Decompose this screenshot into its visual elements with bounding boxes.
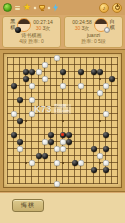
stone-white (54, 146, 60, 152)
stone-black (23, 69, 29, 75)
star-point (62, 162, 64, 164)
stone-black (48, 139, 54, 145)
music-note-icon: ♪ (103, 5, 106, 11)
trophy-icon (39, 5, 45, 10)
go-app-screen: ★ ♪ 黑 棋 00:27:14 303次 诗书棋画 (0, 0, 125, 223)
black-byoyomi: 303次 (36, 25, 50, 31)
stone-white (60, 83, 66, 89)
black-player-avatar[interactable] (17, 18, 31, 32)
sparkle-icon (48, 6, 51, 9)
stone-black (11, 132, 17, 138)
grid-line (86, 57, 87, 184)
stone-white (42, 62, 48, 68)
lightning-icon (53, 4, 58, 12)
stone-black (91, 146, 97, 152)
grid-line (68, 57, 69, 184)
stone-white (97, 90, 103, 96)
star-point (25, 162, 27, 164)
stone-black (17, 97, 23, 103)
stone-black (66, 139, 72, 145)
stone-black (91, 69, 97, 75)
grid-line (93, 57, 94, 184)
stone-black (11, 83, 17, 89)
grid-line (117, 57, 118, 184)
star-point (62, 120, 64, 122)
white-player-clock: 00:24:58 303次 (72, 19, 91, 32)
star-icon: ★ (23, 3, 31, 12)
stone-white (60, 139, 66, 145)
sparkle-icon (34, 6, 37, 9)
black-stone-badge (15, 27, 21, 33)
black-player-panel: 黑 棋 00:27:14 303次 诗书棋画 4段 胜率: 0 (2, 16, 61, 48)
grid-line (7, 169, 118, 170)
white-player-avatar[interactable] (94, 18, 108, 32)
white-player-panel: 00:24:58 303次 白 棋 juanzi 胜率: 0 5段 (64, 16, 123, 48)
white-byoyomi: 303次 (75, 25, 89, 31)
sound-button[interactable]: ♪ (99, 3, 109, 13)
stone-white (54, 55, 60, 61)
stone-white (60, 146, 66, 152)
stone-black (48, 132, 54, 138)
last-move-marker (61, 133, 64, 136)
stone-white (36, 69, 42, 75)
stone-white (11, 111, 17, 117)
stone-white (42, 76, 48, 82)
stone-white (17, 146, 23, 152)
stone-white (29, 83, 35, 89)
stone-black (78, 69, 84, 75)
white-player-info: 胜率: 0 5段 (81, 38, 106, 44)
stone-black (60, 69, 66, 75)
stone-white (42, 139, 48, 145)
star-point (99, 78, 101, 80)
white-side-label: 白 棋 (110, 19, 115, 31)
stone-black (23, 76, 29, 82)
stone-black (103, 167, 109, 173)
star-point (62, 78, 64, 80)
stone-white (103, 160, 109, 166)
stone-black (103, 132, 109, 138)
board-frame: K73 手游网 k73.com (0, 49, 125, 192)
grid-line (7, 127, 118, 128)
stone-black (72, 160, 78, 166)
stone-black (29, 69, 35, 75)
stone-white (103, 111, 109, 117)
stone-white (29, 111, 35, 117)
stone-black (17, 118, 23, 124)
status-orb-icon[interactable] (3, 3, 12, 12)
stone-black (97, 69, 103, 75)
go-board[interactable]: K73 手游网 k73.com (3, 53, 122, 188)
stone-white (78, 160, 84, 166)
black-player-clock: 00:27:14 303次 (33, 19, 52, 32)
top-bar: ★ ♪ (0, 0, 125, 15)
star-point (99, 120, 101, 122)
power-icon (115, 5, 120, 10)
white-stone-badge (104, 27, 110, 33)
star-point (99, 162, 101, 164)
black-player-info: 4段 胜率: 0 (19, 38, 44, 44)
undo-button[interactable]: 悔棋 (12, 199, 44, 212)
board-grid[interactable] (7, 57, 118, 184)
grid-line (7, 176, 118, 177)
stone-black (91, 167, 97, 173)
stone-black (17, 139, 23, 145)
stone-white (54, 160, 60, 166)
stone-black (42, 153, 48, 159)
star-point (25, 120, 27, 122)
coins-stack-icon (15, 6, 20, 10)
stone-white (29, 160, 35, 166)
stone-black (66, 132, 72, 138)
power-button[interactable] (112, 3, 122, 13)
stone-black (36, 153, 42, 159)
stone-white (54, 181, 60, 187)
stone-black (103, 146, 109, 152)
bottom-bar: 悔棋 (0, 193, 125, 223)
stone-white (97, 153, 103, 159)
grid-line (7, 183, 118, 184)
player-panels: 黑 棋 00:27:14 303次 诗书棋画 4段 胜率: 0 00:24:58… (2, 16, 123, 48)
stone-black (109, 76, 115, 82)
stone-white (103, 83, 109, 89)
stone-white (78, 83, 84, 89)
stone-white (29, 97, 35, 103)
